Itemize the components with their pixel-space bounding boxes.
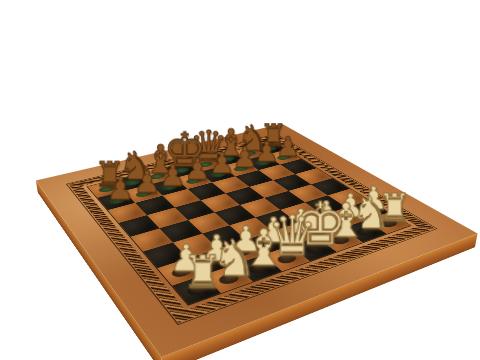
board-scene: ♜♞♝♚♛♝♞♜♟♟♟♟♟♟♟♟♟♟♟♟♟♟♟♟♜♞♝♛♚♝♞♜ xyxy=(0,0,480,360)
piece-black-pawn: ♟ xyxy=(209,149,235,178)
piece-black-pawn: ♟ xyxy=(106,173,134,204)
piece-black-pawn: ♟ xyxy=(159,161,186,191)
chess-set-photo: ♜♞♝♚♛♝♞♜♟♟♟♟♟♟♟♟♟♟♟♟♟♟♟♟♜♞♝♛♚♝♞♜ xyxy=(0,0,480,360)
piece-black-pawn: ♟ xyxy=(133,167,160,197)
piece-black-pawn: ♟ xyxy=(232,143,257,171)
piece-black-pawn: ♟ xyxy=(184,155,210,184)
piece-black-pawn: ♟ xyxy=(276,133,300,160)
piece-white-rook: ♜ xyxy=(182,250,223,295)
piece-black-pawn: ♟ xyxy=(254,138,279,165)
chess-board: ♜♞♝♚♛♝♞♜♟♟♟♟♟♟♟♟♟♟♟♟♟♟♟♟♜♞♝♛♚♝♞♜ xyxy=(36,124,478,358)
